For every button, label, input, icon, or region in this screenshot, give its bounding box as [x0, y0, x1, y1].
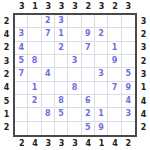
board-cell-given[interactable]: 3	[95, 68, 108, 81]
board-cell-given[interactable]: 7	[108, 82, 121, 95]
board-cell-empty[interactable]	[15, 15, 28, 28]
board-cell-empty[interactable]	[42, 55, 55, 68]
board-cell-given[interactable]: 4	[15, 42, 28, 55]
board-cell-given[interactable]: 8	[55, 95, 68, 108]
clue-right-8: 4	[137, 108, 150, 121]
clue-bottom-7: 1	[95, 137, 108, 150]
board-cell-empty[interactable]	[42, 82, 55, 95]
clue-left-7: 5	[0, 95, 13, 108]
board-cell-empty[interactable]	[15, 82, 28, 95]
clue-top-4: 3	[55, 0, 68, 13]
clue-left-2: 4	[0, 28, 13, 41]
board-cell-empty[interactable]	[68, 95, 81, 108]
clue-top-8: 2	[108, 0, 121, 13]
board-cell-empty[interactable]	[108, 108, 121, 121]
board-cell-given[interactable]: 2	[55, 42, 68, 55]
board-cell-empty[interactable]	[82, 15, 95, 28]
board-cell-given[interactable]: 7	[82, 42, 95, 55]
board-cell-empty[interactable]	[55, 68, 68, 81]
board-cell-given[interactable]: 1	[55, 28, 68, 41]
board-cell-empty[interactable]	[108, 15, 121, 28]
board-cell-empty[interactable]	[68, 108, 81, 121]
board-cell-empty[interactable]	[108, 122, 121, 135]
clue-right-1: 3	[137, 15, 150, 28]
clue-top-3: 3	[42, 0, 55, 13]
skyscrapers-puzzle: 313332323 242324512 23371924271583974351…	[0, 0, 150, 150]
clue-left-4: 3	[0, 55, 13, 68]
clue-right-9: 2	[137, 122, 150, 135]
clues-right: 323231442	[137, 13, 150, 137]
board-cell-given[interactable]: 4	[42, 68, 55, 81]
board-cell-empty[interactable]	[28, 108, 41, 121]
clue-left-1: 2	[0, 15, 13, 28]
clue-bottom-8: 4	[108, 137, 121, 150]
board-cell-given[interactable]: 7	[42, 28, 55, 41]
board-cell-given[interactable]: 2	[28, 95, 41, 108]
clues-bottom: 243334142	[13, 137, 137, 150]
clue-bottom-2: 4	[28, 137, 41, 150]
clue-right-4: 2	[137, 55, 150, 68]
board-cell-given[interactable]: 5	[82, 122, 95, 135]
clue-right-2: 2	[137, 28, 150, 41]
board-cell-empty[interactable]	[122, 28, 135, 41]
clue-right-6: 1	[137, 82, 150, 95]
board-cell-empty[interactable]	[68, 28, 81, 41]
board-cell-empty[interactable]	[28, 15, 41, 28]
clue-top-5: 3	[68, 0, 81, 13]
board-cell-empty[interactable]	[28, 28, 41, 41]
board-cell-empty[interactable]	[42, 122, 55, 135]
board-cell-given[interactable]: 1	[108, 42, 121, 55]
board-cell-given[interactable]: 8	[68, 82, 81, 95]
clue-right-5: 3	[137, 68, 150, 81]
board-cell-given[interactable]: 9	[122, 82, 135, 95]
board-cell-given[interactable]: 9	[82, 28, 95, 41]
board-cell-empty[interactable]	[28, 68, 41, 81]
board-cell-given[interactable]: 1	[95, 108, 108, 121]
board-cell-given[interactable]: 6	[82, 95, 95, 108]
board-cell-empty[interactable]	[68, 15, 81, 28]
board-cell-empty[interactable]	[15, 108, 28, 121]
board-cell-given[interactable]: 2	[42, 15, 55, 28]
board-cell-empty[interactable]	[122, 55, 135, 68]
clue-top-9: 3	[122, 0, 135, 13]
board-cell-given[interactable]: 5	[15, 55, 28, 68]
clue-left-9: 2	[0, 122, 13, 135]
clue-left-6: 4	[0, 82, 13, 95]
board-cell-given[interactable]: 9	[108, 55, 121, 68]
clue-right-7: 4	[137, 95, 150, 108]
board-cell-empty[interactable]	[95, 15, 108, 28]
board-cell-empty[interactable]	[122, 122, 135, 135]
clue-bottom-4: 3	[55, 137, 68, 150]
board-cell-given[interactable]: 8	[28, 55, 41, 68]
clues-left: 242324512	[0, 13, 13, 137]
board-cell-given[interactable]: 5	[122, 68, 135, 81]
clue-bottom-1: 2	[15, 137, 28, 150]
clue-left-5: 2	[0, 68, 13, 81]
board-cell-empty[interactable]	[108, 28, 121, 41]
board-cell-given[interactable]: 3	[122, 108, 135, 121]
board-cell-empty[interactable]	[108, 95, 121, 108]
board-cell-empty[interactable]	[15, 122, 28, 135]
clue-top-1: 3	[15, 0, 28, 13]
clue-bottom-5: 3	[68, 137, 81, 150]
board-cell-empty[interactable]	[68, 42, 81, 55]
board-cell-empty[interactable]	[55, 122, 68, 135]
clue-right-3: 3	[137, 42, 150, 55]
board-cell-empty[interactable]	[55, 82, 68, 95]
clue-bottom-6: 4	[82, 137, 95, 150]
board-cell-given[interactable]: 3	[55, 15, 68, 28]
clue-left-3: 2	[0, 42, 13, 55]
board-cell-given[interactable]: 2	[82, 108, 95, 121]
clue-top-2: 1	[28, 0, 41, 13]
board-cell-given[interactable]: 9	[95, 122, 108, 135]
board-cell-given[interactable]: 3	[68, 55, 81, 68]
board-cell-empty[interactable]	[95, 42, 108, 55]
board-cell-empty[interactable]	[95, 82, 108, 95]
board-cell-empty[interactable]	[82, 68, 95, 81]
board-cell-empty[interactable]	[95, 55, 108, 68]
board-cell-given[interactable]: 8	[42, 108, 55, 121]
board-cell-given[interactable]: 4	[122, 95, 135, 108]
clue-left-8: 1	[0, 108, 13, 121]
board-cell-given[interactable]: 5	[55, 108, 68, 121]
board-cell-empty[interactable]	[108, 68, 121, 81]
board-cell-empty[interactable]	[68, 68, 81, 81]
board-cell-empty[interactable]	[82, 55, 95, 68]
board-cell-empty[interactable]	[122, 42, 135, 55]
board-cell-empty[interactable]	[55, 55, 68, 68]
clue-bottom-3: 3	[42, 137, 55, 150]
clues-top: 313332323	[13, 0, 137, 13]
board-cell-given[interactable]: 2	[95, 28, 108, 41]
board: 2337192427158397435187928648521359	[13, 13, 137, 137]
board-cell-empty[interactable]	[42, 42, 55, 55]
board-cell-empty[interactable]	[122, 15, 135, 28]
board-cell-empty[interactable]	[42, 95, 55, 108]
board-cell-empty[interactable]	[28, 122, 41, 135]
board-cell-empty[interactable]	[95, 95, 108, 108]
clue-bottom-9: 2	[122, 137, 135, 150]
board-cell-empty[interactable]	[28, 42, 41, 55]
board-cell-given[interactable]: 7	[15, 68, 28, 81]
board-cell-empty[interactable]	[15, 95, 28, 108]
board-cell-empty[interactable]	[82, 82, 95, 95]
board-cell-given[interactable]: 3	[15, 28, 28, 41]
board-cell-given[interactable]: 1	[28, 82, 41, 95]
clue-top-7: 3	[95, 0, 108, 13]
board-cell-empty[interactable]	[68, 122, 81, 135]
clue-top-6: 2	[82, 0, 95, 13]
